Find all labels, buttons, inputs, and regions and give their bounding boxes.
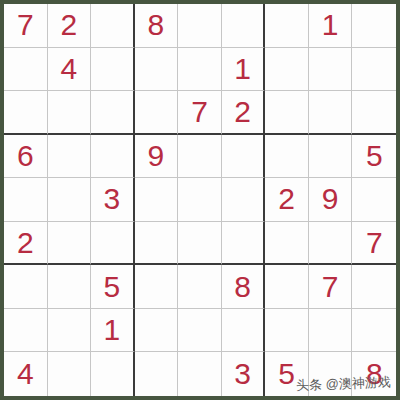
cell-r4c7-empty[interactable] [265, 135, 309, 179]
cell-r1c6-empty[interactable] [222, 4, 266, 48]
cell-r4c5-empty[interactable] [178, 135, 222, 179]
cell-r2c7-empty[interactable] [265, 48, 309, 92]
cell-r3c2-empty[interactable] [48, 91, 92, 135]
cell-r8c1-empty[interactable] [4, 309, 48, 353]
cell-r1c9-empty[interactable] [352, 4, 396, 48]
cell-r5c8-given: 9 [309, 178, 353, 222]
cell-r5c3-given: 3 [91, 178, 135, 222]
cell-r7c1-empty[interactable] [4, 265, 48, 309]
cell-r1c5-empty[interactable] [178, 4, 222, 48]
cell-r9c6-given: 3 [222, 352, 266, 396]
cell-r8c6-empty[interactable] [222, 309, 266, 353]
cell-r2c3-empty[interactable] [91, 48, 135, 92]
cell-r5c1-empty[interactable] [4, 178, 48, 222]
cell-r3c7-empty[interactable] [265, 91, 309, 135]
cell-r1c3-empty[interactable] [91, 4, 135, 48]
cell-r2c5-empty[interactable] [178, 48, 222, 92]
cell-r8c7-empty[interactable] [265, 309, 309, 353]
cell-r4c2-empty[interactable] [48, 135, 92, 179]
cell-r8c9-empty[interactable] [352, 309, 396, 353]
cell-r5c4-empty[interactable] [135, 178, 179, 222]
cell-r1c1-given: 7 [4, 4, 48, 48]
cell-r9c4-empty[interactable] [135, 352, 179, 396]
cell-r7c3-given: 5 [91, 265, 135, 309]
cell-r9c8-empty[interactable] [309, 352, 353, 396]
cell-r7c9-empty[interactable] [352, 265, 396, 309]
cell-r5c9-empty[interactable] [352, 178, 396, 222]
cell-r8c4-empty[interactable] [135, 309, 179, 353]
cell-r2c8-empty[interactable] [309, 48, 353, 92]
cell-r6c5-empty[interactable] [178, 222, 222, 266]
cell-r2c2-given: 4 [48, 48, 92, 92]
cell-r7c8-given: 7 [309, 265, 353, 309]
cell-r9c1-given: 4 [4, 352, 48, 396]
cell-r4c4-given: 9 [135, 135, 179, 179]
cell-r9c3-empty[interactable] [91, 352, 135, 396]
cell-r9c7-given: 5 [265, 352, 309, 396]
cell-r1c7-empty[interactable] [265, 4, 309, 48]
cell-r8c3-given: 1 [91, 309, 135, 353]
cell-r1c8-given: 1 [309, 4, 353, 48]
cell-r5c5-empty[interactable] [178, 178, 222, 222]
cell-r6c7-empty[interactable] [265, 222, 309, 266]
cell-r4c1-given: 6 [4, 135, 48, 179]
cell-r5c6-empty[interactable] [222, 178, 266, 222]
cell-r3c6-given: 2 [222, 91, 266, 135]
cell-r1c4-given: 8 [135, 4, 179, 48]
cell-r6c8-empty[interactable] [309, 222, 353, 266]
cell-r9c9-given: 8 [352, 352, 396, 396]
cell-r4c3-empty[interactable] [91, 135, 135, 179]
cell-r2c6-given: 1 [222, 48, 266, 92]
cell-r5c7-given: 2 [265, 178, 309, 222]
sudoku-grid: 728141726953292758714358 [4, 4, 396, 396]
cell-r9c2-empty[interactable] [48, 352, 92, 396]
cell-r6c4-empty[interactable] [135, 222, 179, 266]
cell-r3c3-empty[interactable] [91, 91, 135, 135]
cell-r8c8-empty[interactable] [309, 309, 353, 353]
cell-r2c9-empty[interactable] [352, 48, 396, 92]
cell-r3c4-empty[interactable] [135, 91, 179, 135]
cell-r3c1-empty[interactable] [4, 91, 48, 135]
cell-r7c4-empty[interactable] [135, 265, 179, 309]
cell-r8c2-empty[interactable] [48, 309, 92, 353]
cell-r2c4-empty[interactable] [135, 48, 179, 92]
cell-r3c8-empty[interactable] [309, 91, 353, 135]
cell-r2c1-empty[interactable] [4, 48, 48, 92]
cell-r1c2-given: 2 [48, 4, 92, 48]
cell-r3c9-empty[interactable] [352, 91, 396, 135]
cell-r6c2-empty[interactable] [48, 222, 92, 266]
cell-r7c2-empty[interactable] [48, 265, 92, 309]
sudoku-board: 728141726953292758714358 头条 @澳神游戏 [0, 0, 400, 400]
cell-r5c2-empty[interactable] [48, 178, 92, 222]
cell-r6c1-given: 2 [4, 222, 48, 266]
cell-r4c6-empty[interactable] [222, 135, 266, 179]
cell-r3c5-given: 7 [178, 91, 222, 135]
cell-r4c8-empty[interactable] [309, 135, 353, 179]
cell-r7c6-given: 8 [222, 265, 266, 309]
cell-r7c5-empty[interactable] [178, 265, 222, 309]
cell-r7c7-empty[interactable] [265, 265, 309, 309]
cell-r9c5-empty[interactable] [178, 352, 222, 396]
cell-r4c9-given: 5 [352, 135, 396, 179]
cell-r6c3-empty[interactable] [91, 222, 135, 266]
cell-r6c9-given: 7 [352, 222, 396, 266]
cell-r8c5-empty[interactable] [178, 309, 222, 353]
cell-r6c6-empty[interactable] [222, 222, 266, 266]
